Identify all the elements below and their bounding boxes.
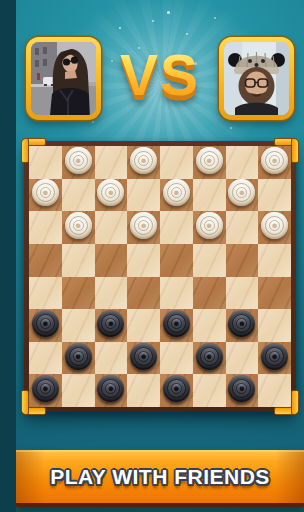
square-f4[interactable] — [193, 277, 226, 310]
checker-glyph: ● — [239, 318, 246, 329]
checker-glyph: ● — [75, 220, 82, 231]
square-d1 — [127, 374, 160, 407]
square-e1[interactable]: ● — [160, 374, 193, 407]
checker-black-man[interactable]: ● — [163, 375, 190, 402]
checker-glyph: ● — [239, 187, 246, 198]
checker-glyph: ● — [173, 318, 180, 329]
square-f8[interactable]: ● — [193, 146, 226, 179]
checker-black-man[interactable]: ● — [97, 375, 124, 402]
square-c5[interactable] — [95, 244, 128, 277]
board-corner-bracket-bottom-left — [21, 390, 46, 415]
vs-label: VS — [16, 47, 304, 104]
square-g6 — [226, 211, 259, 244]
checker-glyph: ● — [239, 383, 246, 394]
square-c6 — [95, 211, 128, 244]
square-c4 — [95, 277, 128, 310]
square-h7 — [258, 179, 291, 212]
checkers-board[interactable]: ●●●●●●●●●●●●●●●●●●●●●●●● — [29, 146, 291, 407]
square-d3 — [127, 309, 160, 342]
square-b1 — [62, 374, 95, 407]
checker-glyph: ● — [42, 187, 49, 198]
square-e3[interactable]: ● — [160, 309, 193, 342]
checker-black-man[interactable]: ● — [261, 343, 288, 370]
sparkle — [152, 20, 154, 22]
checker-glyph: ● — [108, 187, 115, 198]
board-corner-bracket-top-left — [21, 138, 46, 163]
sparkle — [214, 17, 216, 19]
checker-black-man[interactable]: ● — [228, 375, 255, 402]
checker-white-man[interactable]: ● — [196, 212, 223, 239]
checker-black-man[interactable]: ● — [130, 343, 157, 370]
checker-white-man[interactable]: ● — [65, 212, 92, 239]
square-b8[interactable]: ● — [62, 146, 95, 179]
square-g2 — [226, 342, 259, 375]
square-d8[interactable]: ● — [127, 146, 160, 179]
checker-white-man[interactable]: ● — [130, 212, 157, 239]
square-b4[interactable] — [62, 277, 95, 310]
checker-glyph: ● — [206, 155, 213, 166]
checker-black-man[interactable]: ● — [196, 343, 223, 370]
square-g4 — [226, 277, 259, 310]
square-e8 — [160, 146, 193, 179]
square-d7 — [127, 179, 160, 212]
checker-white-man[interactable]: ● — [32, 179, 59, 206]
square-h5 — [258, 244, 291, 277]
checker-glyph: ● — [206, 351, 213, 362]
checker-glyph: ● — [140, 155, 147, 166]
checker-white-man[interactable]: ● — [65, 147, 92, 174]
square-c1[interactable]: ● — [95, 374, 128, 407]
square-d5 — [127, 244, 160, 277]
checker-white-man[interactable]: ● — [130, 147, 157, 174]
sparkle — [119, 27, 121, 29]
checker-glyph: ● — [108, 318, 115, 329]
checker-glyph: ● — [271, 351, 278, 362]
checker-glyph: ● — [108, 383, 115, 394]
checker-white-man[interactable]: ● — [163, 179, 190, 206]
square-f2[interactable]: ● — [193, 342, 226, 375]
board-frame: ●●●●●●●●●●●●●●●●●●●●●●●● — [24, 141, 296, 412]
play-with-friends-label: PLAY WITH FRIENDS — [50, 465, 270, 489]
square-b7 — [62, 179, 95, 212]
square-a5[interactable] — [29, 244, 62, 277]
square-f6[interactable]: ● — [193, 211, 226, 244]
app-screen: VS — [16, 0, 304, 512]
checker-white-man[interactable]: ● — [196, 147, 223, 174]
square-e2 — [160, 342, 193, 375]
square-b2[interactable]: ● — [62, 342, 95, 375]
square-a6 — [29, 211, 62, 244]
square-f3 — [193, 309, 226, 342]
checker-glyph: ● — [140, 351, 147, 362]
checker-glyph: ● — [206, 220, 213, 231]
sparkle — [92, 121, 94, 123]
square-f7 — [193, 179, 226, 212]
square-g3[interactable]: ● — [226, 309, 259, 342]
square-a2 — [29, 342, 62, 375]
square-g8 — [226, 146, 259, 179]
checker-black-man[interactable]: ● — [65, 343, 92, 370]
square-h4[interactable] — [258, 277, 291, 310]
square-d2[interactable]: ● — [127, 342, 160, 375]
square-h6[interactable]: ● — [258, 211, 291, 244]
checker-glyph: ● — [75, 351, 82, 362]
square-h2[interactable]: ● — [258, 342, 291, 375]
square-h3 — [258, 309, 291, 342]
square-a3[interactable]: ● — [29, 309, 62, 342]
square-g7[interactable]: ● — [226, 179, 259, 212]
square-a7[interactable]: ● — [29, 179, 62, 212]
square-g5[interactable] — [226, 244, 259, 277]
square-f5 — [193, 244, 226, 277]
checker-glyph: ● — [173, 383, 180, 394]
sparkle — [167, 11, 170, 14]
play-with-friends-button[interactable]: PLAY WITH FRIENDS — [16, 450, 304, 507]
board-corner-bracket-bottom-right — [274, 390, 299, 415]
checker-white-man[interactable]: ● — [228, 179, 255, 206]
square-e7[interactable]: ● — [160, 179, 193, 212]
square-e6 — [160, 211, 193, 244]
checker-glyph: ● — [271, 220, 278, 231]
checker-black-man[interactable]: ● — [32, 310, 59, 337]
checker-white-man[interactable]: ● — [97, 179, 124, 206]
square-b3 — [62, 309, 95, 342]
board-corner-bracket-top-right — [274, 138, 299, 163]
square-d6[interactable]: ● — [127, 211, 160, 244]
square-a4 — [29, 277, 62, 310]
checker-glyph: ● — [42, 318, 49, 329]
square-g1[interactable]: ● — [226, 374, 259, 407]
square-d4[interactable] — [127, 277, 160, 310]
square-c8 — [95, 146, 128, 179]
sparkle — [186, 33, 188, 35]
square-f1 — [193, 374, 226, 407]
square-c3[interactable]: ● — [95, 309, 128, 342]
checker-glyph: ● — [173, 187, 180, 198]
sparkle — [230, 127, 232, 129]
checker-black-man[interactable]: ● — [97, 310, 124, 337]
checker-white-man[interactable]: ● — [261, 212, 288, 239]
square-e5[interactable] — [160, 244, 193, 277]
checker-black-man[interactable]: ● — [228, 310, 255, 337]
square-c7[interactable]: ● — [95, 179, 128, 212]
square-c2 — [95, 342, 128, 375]
checker-glyph: ● — [140, 220, 147, 231]
checker-glyph: ● — [75, 155, 82, 166]
square-b5 — [62, 244, 95, 277]
square-e4 — [160, 277, 193, 310]
checker-black-man[interactable]: ● — [163, 310, 190, 337]
square-b6[interactable]: ● — [62, 211, 95, 244]
